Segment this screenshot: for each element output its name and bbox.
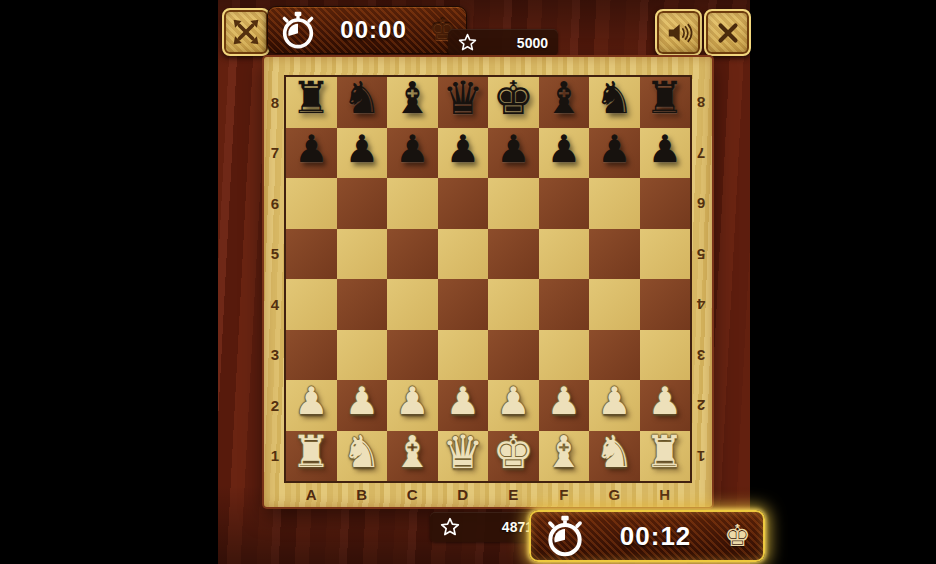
chess-board: 87654321 87654321 ABCDEFGH ♜♞♝♛♚♝♞♜♟♟♟♟♟… bbox=[264, 57, 712, 507]
square-e1[interactable]: ♚ bbox=[488, 431, 539, 482]
square-h8[interactable]: ♜ bbox=[640, 77, 691, 128]
file-label: C bbox=[387, 481, 438, 507]
square-c1[interactable]: ♝ bbox=[387, 431, 438, 482]
square-h5[interactable] bbox=[640, 229, 691, 280]
square-f2[interactable]: ♟ bbox=[539, 380, 590, 431]
square-h3[interactable] bbox=[640, 330, 691, 381]
rank-label: 8 bbox=[264, 77, 286, 128]
square-a5[interactable] bbox=[286, 229, 337, 280]
board-grid: ♜♞♝♛♚♝♞♜♟♟♟♟♟♟♟♟♟♟♟♟♟♟♟♟♜♞♝♛♚♝♞♜ bbox=[286, 77, 690, 481]
piece-black-pawn[interactable]: ♟ bbox=[294, 130, 328, 168]
square-h7[interactable]: ♟ bbox=[640, 128, 691, 179]
rank-label: 6 bbox=[264, 178, 286, 229]
square-g1[interactable]: ♞ bbox=[589, 431, 640, 482]
rank-label: 2 bbox=[264, 380, 286, 431]
square-b5[interactable] bbox=[337, 229, 388, 280]
rank-labels-right: 87654321 bbox=[690, 77, 712, 481]
square-d4[interactable] bbox=[438, 279, 489, 330]
piece-white-pawn[interactable]: ♟ bbox=[547, 382, 581, 420]
piece-black-bishop[interactable]: ♝ bbox=[393, 76, 432, 120]
piece-black-pawn[interactable]: ♟ bbox=[345, 130, 379, 168]
square-a1[interactable]: ♜ bbox=[286, 431, 337, 482]
piece-white-bishop[interactable]: ♝ bbox=[544, 430, 583, 474]
square-h2[interactable]: ♟ bbox=[640, 380, 691, 431]
square-b1[interactable]: ♞ bbox=[337, 431, 388, 482]
square-d7[interactable]: ♟ bbox=[438, 128, 489, 179]
piece-white-knight[interactable]: ♞ bbox=[342, 430, 381, 474]
square-c2[interactable]: ♟ bbox=[387, 380, 438, 431]
sound-button[interactable] bbox=[655, 9, 702, 56]
square-f5[interactable] bbox=[539, 229, 590, 280]
square-a4[interactable] bbox=[286, 279, 337, 330]
game-stage: 00:00 ♚ 5000 bbox=[0, 0, 936, 564]
square-a7[interactable]: ♟ bbox=[286, 128, 337, 179]
square-f7[interactable]: ♟ bbox=[539, 128, 590, 179]
black-score-value: 5000 bbox=[517, 35, 548, 51]
file-label: A bbox=[286, 481, 337, 507]
piece-white-pawn[interactable]: ♟ bbox=[294, 382, 328, 420]
white-timer-value: 00:12 bbox=[587, 521, 724, 552]
square-b4[interactable] bbox=[337, 279, 388, 330]
rank-label: 4 bbox=[690, 279, 712, 330]
piece-black-pawn[interactable]: ♟ bbox=[648, 130, 682, 168]
piece-black-knight[interactable]: ♞ bbox=[342, 76, 381, 120]
rank-label: 7 bbox=[690, 128, 712, 179]
rank-label: 1 bbox=[264, 431, 286, 482]
square-e2[interactable]: ♟ bbox=[488, 380, 539, 431]
square-g2[interactable]: ♟ bbox=[589, 380, 640, 431]
piece-white-knight[interactable]: ♞ bbox=[595, 430, 634, 474]
square-g4[interactable] bbox=[589, 279, 640, 330]
piece-white-king[interactable]: ♚ bbox=[493, 429, 534, 475]
piece-black-pawn[interactable]: ♟ bbox=[496, 130, 530, 168]
square-g6[interactable] bbox=[589, 178, 640, 229]
rank-label: 2 bbox=[690, 380, 712, 431]
stopwatch-icon bbox=[278, 10, 318, 50]
wood-background: 00:00 ♚ 5000 bbox=[218, 0, 750, 564]
file-label: E bbox=[488, 481, 539, 507]
square-g8[interactable]: ♞ bbox=[589, 77, 640, 128]
square-e4[interactable] bbox=[488, 279, 539, 330]
piece-white-pawn[interactable]: ♟ bbox=[446, 382, 480, 420]
piece-white-pawn[interactable]: ♟ bbox=[648, 382, 682, 420]
square-d2[interactable]: ♟ bbox=[438, 380, 489, 431]
piece-black-pawn[interactable]: ♟ bbox=[395, 130, 429, 168]
piece-black-bishop[interactable]: ♝ bbox=[544, 76, 583, 120]
white-score-badge: 4871 bbox=[430, 512, 543, 542]
stopwatch-icon bbox=[543, 514, 587, 558]
rank-label: 1 bbox=[690, 431, 712, 482]
white-timer-panel: 00:12 ♚ bbox=[529, 510, 765, 562]
file-labels: ABCDEFGH bbox=[286, 481, 690, 507]
rank-label: 8 bbox=[690, 77, 712, 128]
fullscreen-button[interactable] bbox=[222, 8, 270, 56]
square-b6[interactable] bbox=[337, 178, 388, 229]
square-e5[interactable] bbox=[488, 229, 539, 280]
square-b8[interactable]: ♞ bbox=[337, 77, 388, 128]
square-e6[interactable] bbox=[488, 178, 539, 229]
rank-label: 5 bbox=[264, 229, 286, 280]
square-c5[interactable] bbox=[387, 229, 438, 280]
file-label: H bbox=[640, 481, 691, 507]
file-label: F bbox=[539, 481, 590, 507]
square-c3[interactable] bbox=[387, 330, 438, 381]
piece-black-rook[interactable]: ♜ bbox=[645, 76, 684, 120]
piece-black-rook[interactable]: ♜ bbox=[292, 76, 331, 120]
square-h4[interactable] bbox=[640, 279, 691, 330]
square-c8[interactable]: ♝ bbox=[387, 77, 438, 128]
piece-black-queen[interactable]: ♛ bbox=[442, 75, 483, 121]
fullscreen-icon bbox=[230, 16, 262, 48]
star-icon bbox=[440, 517, 460, 537]
square-f3[interactable] bbox=[539, 330, 590, 381]
rank-label: 5 bbox=[690, 229, 712, 280]
rank-label: 4 bbox=[264, 279, 286, 330]
file-label: D bbox=[438, 481, 489, 507]
square-f8[interactable]: ♝ bbox=[539, 77, 590, 128]
square-g5[interactable] bbox=[589, 229, 640, 280]
square-d1[interactable]: ♛ bbox=[438, 431, 489, 482]
square-e7[interactable]: ♟ bbox=[488, 128, 539, 179]
square-f6[interactable] bbox=[539, 178, 590, 229]
square-f1[interactable]: ♝ bbox=[539, 431, 590, 482]
piece-black-knight[interactable]: ♞ bbox=[595, 76, 634, 120]
piece-white-bishop[interactable]: ♝ bbox=[393, 430, 432, 474]
piece-white-pawn[interactable]: ♟ bbox=[597, 382, 631, 420]
square-h6[interactable] bbox=[640, 178, 691, 229]
square-d8[interactable]: ♛ bbox=[438, 77, 489, 128]
rank-labels-left: 87654321 bbox=[264, 77, 286, 481]
square-a2[interactable]: ♟ bbox=[286, 380, 337, 431]
close-icon bbox=[713, 18, 743, 48]
square-h1[interactable]: ♜ bbox=[640, 431, 691, 482]
square-g3[interactable] bbox=[589, 330, 640, 381]
square-g7[interactable]: ♟ bbox=[589, 128, 640, 179]
rank-label: 3 bbox=[264, 330, 286, 381]
square-b2[interactable]: ♟ bbox=[337, 380, 388, 431]
black-score-badge: 5000 bbox=[448, 29, 558, 56]
black-timer-panel: 00:00 ♚ bbox=[267, 6, 467, 54]
square-c7[interactable]: ♟ bbox=[387, 128, 438, 179]
square-d5[interactable] bbox=[438, 229, 489, 280]
square-e3[interactable] bbox=[488, 330, 539, 381]
piece-black-pawn[interactable]: ♟ bbox=[547, 130, 581, 168]
square-c6[interactable] bbox=[387, 178, 438, 229]
piece-white-rook[interactable]: ♜ bbox=[645, 430, 684, 474]
square-b7[interactable]: ♟ bbox=[337, 128, 388, 179]
piece-white-pawn[interactable]: ♟ bbox=[345, 382, 379, 420]
star-icon bbox=[458, 33, 477, 52]
file-label: B bbox=[337, 481, 388, 507]
rank-label: 7 bbox=[264, 128, 286, 179]
white-king-icon: ♚ bbox=[724, 521, 751, 551]
piece-white-pawn[interactable]: ♟ bbox=[395, 382, 429, 420]
piece-black-pawn[interactable]: ♟ bbox=[446, 130, 480, 168]
square-e8[interactable]: ♚ bbox=[488, 77, 539, 128]
square-b3[interactable] bbox=[337, 330, 388, 381]
piece-white-pawn[interactable]: ♟ bbox=[496, 382, 530, 420]
square-d3[interactable] bbox=[438, 330, 489, 381]
piece-black-king[interactable]: ♚ bbox=[493, 75, 534, 121]
square-f4[interactable] bbox=[539, 279, 590, 330]
piece-white-rook[interactable]: ♜ bbox=[292, 430, 331, 474]
speaker-icon bbox=[664, 18, 694, 48]
file-label: G bbox=[589, 481, 640, 507]
square-a8[interactable]: ♜ bbox=[286, 77, 337, 128]
square-a6[interactable] bbox=[286, 178, 337, 229]
square-d6[interactable] bbox=[438, 178, 489, 229]
square-a3[interactable] bbox=[286, 330, 337, 381]
rank-label: 6 bbox=[690, 178, 712, 229]
square-c4[interactable] bbox=[387, 279, 438, 330]
rank-label: 3 bbox=[690, 330, 712, 381]
close-button[interactable] bbox=[704, 9, 751, 56]
black-timer-value: 00:00 bbox=[318, 16, 429, 44]
piece-black-pawn[interactable]: ♟ bbox=[597, 130, 631, 168]
piece-white-queen[interactable]: ♛ bbox=[442, 429, 483, 475]
